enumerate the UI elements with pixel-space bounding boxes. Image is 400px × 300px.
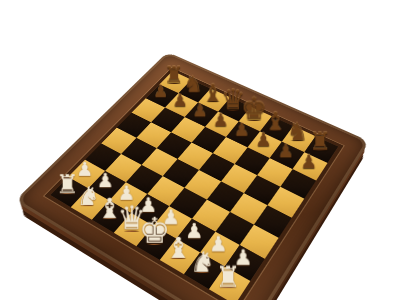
pawn-glyph: ♟ [300, 152, 317, 171]
pawn-glyph: ♟ [213, 111, 229, 129]
piece-base [257, 146, 270, 151]
pawn-glyph: ♟ [76, 160, 93, 179]
rook-glyph: ♜ [215, 262, 241, 291]
square-f5[interactable] [221, 164, 257, 193]
pawn-glyph: ♟ [234, 121, 250, 139]
pawn-glyph: ♟ [278, 141, 295, 160]
square-a4[interactable] [101, 128, 136, 154]
piece-base [280, 157, 293, 162]
knight-glyph: ♞ [190, 248, 216, 276]
pawn-glyph: ♟ [255, 131, 272, 149]
pawn-glyph: ♟ [153, 83, 168, 100]
scene: ♜♞♝♛♚♝♞♜♟♟♟♟♟♟♟♟♟♟♟♟♟♟♟♟♜♞♝♛♚♝♞♜ [0, 0, 400, 300]
piece-base [215, 126, 227, 131]
bishop-glyph: ♝ [165, 233, 191, 262]
piece-base [194, 116, 206, 121]
piece-base [303, 168, 316, 173]
piece-base [174, 106, 186, 111]
chess-set-photo: ♜♞♝♛♚♝♞♜♟♟♟♟♟♟♟♟♟♟♟♟♟♟♟♟♜♞♝♛♚♝♞♜ [0, 0, 400, 300]
pawn-glyph: ♟ [173, 92, 189, 109]
board-grid: ♜♞♝♛♚♝♞♜♟♟♟♟♟♟♟♟♟♟♟♟♟♟♟♟♜♞♝♛♚♝♞♜ [44, 68, 343, 300]
board-frame: ♜♞♝♛♚♝♞♜♟♟♟♟♟♟♟♟♟♟♟♟♟♟♟♟♜♞♝♛♚♝♞♜ [15, 52, 370, 300]
piece-base [236, 136, 248, 141]
pawn-glyph: ♟ [192, 101, 208, 119]
piece-base [155, 97, 167, 102]
